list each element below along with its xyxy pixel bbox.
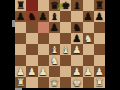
square-c4[interactable] [38,44,49,55]
square-e1[interactable] [60,77,71,88]
square-c5[interactable] [38,33,49,44]
piece-black-pawn[interactable]: ♟ [72,34,81,44]
square-g8[interactable] [83,0,94,11]
square-f8[interactable]: ♝ [71,0,82,11]
square-b8[interactable] [26,0,37,11]
square-c1[interactable] [38,77,49,88]
piece-white-knight[interactable]: ♞ [84,34,93,44]
square-f4[interactable]: ♟ [71,44,82,55]
square-a6[interactable] [15,22,26,33]
square-f7[interactable] [71,11,82,22]
piece-white-bishop[interactable]: ♝ [50,45,59,55]
square-e3[interactable] [60,55,71,66]
piece-white-knight[interactable]: ♞ [50,56,59,66]
piece-white-rook[interactable]: ♜ [95,78,104,88]
square-d1[interactable]: ♛ [49,77,60,88]
square-e5[interactable] [60,33,71,44]
square-d3[interactable]: ♞ [49,55,60,66]
square-f2[interactable]: ♟ [71,66,82,77]
piece-white-bishop[interactable]: ♝ [61,45,70,55]
square-c8[interactable] [38,0,49,11]
piece-white-rook[interactable]: ♜ [16,78,25,88]
square-g1[interactable] [83,77,94,88]
square-b4[interactable] [26,44,37,55]
square-a7[interactable]: ♟ [15,11,26,22]
square-d6[interactable]: ♟ [49,22,60,33]
square-b1[interactable] [26,77,37,88]
piece-black-pawn[interactable]: ♟ [39,12,48,22]
square-e4[interactable]: ♝ [60,44,71,55]
square-f6[interactable]: ♞ [71,22,82,33]
piece-white-queen[interactable]: ♛ [50,78,59,88]
square-a1[interactable]: ♜ [15,77,26,88]
green-x-annotation-icon: ✗ [55,2,66,13]
piece-black-rook[interactable]: ♜ [95,1,104,11]
piece-white-pawn[interactable]: ♟ [39,67,48,77]
piece-black-knight[interactable]: ♞ [27,12,36,22]
square-b7[interactable]: ♞ [26,11,37,22]
piece-white-pawn[interactable]: ♟ [95,67,104,77]
piece-white-pawn[interactable]: ♟ [27,67,36,77]
piece-black-pawn[interactable]: ♟ [84,12,93,22]
square-a3[interactable] [15,55,26,66]
square-e6[interactable] [60,22,71,33]
square-c6[interactable] [38,22,49,33]
square-c3[interactable] [38,55,49,66]
square-h3[interactable] [94,55,105,66]
piece-black-knight[interactable]: ♞ [72,23,81,33]
square-f1[interactable]: ♚ [71,77,82,88]
piece-white-pawn[interactable]: ♟ [84,67,93,77]
piece-black-pawn[interactable]: ♟ [50,23,59,33]
piece-white-pawn[interactable]: ♟ [72,67,81,77]
square-b3[interactable] [26,55,37,66]
piece-white-pawn[interactable]: ♟ [72,45,81,55]
square-d5[interactable] [49,33,60,44]
square-c2[interactable]: ♟ [38,66,49,77]
square-b6[interactable] [26,22,37,33]
square-a2[interactable]: ♟ [15,66,26,77]
square-e2[interactable] [60,66,71,77]
square-h5[interactable] [94,33,105,44]
piece-white-pawn[interactable]: ♟ [16,67,25,77]
square-f5[interactable]: ♟ [71,33,82,44]
piece-black-bishop[interactable]: ♝ [72,1,81,11]
square-c7[interactable]: ♟ [38,11,49,22]
square-a4[interactable] [15,44,26,55]
piece-white-king[interactable]: ♚ [72,78,81,88]
square-d2[interactable] [49,66,60,77]
square-g6[interactable] [83,22,94,33]
piece-black-pawn[interactable]: ♟ [95,12,104,22]
square-h7[interactable]: ♟ [94,11,105,22]
square-b5[interactable] [26,33,37,44]
piece-black-bishop[interactable]: ♝ [50,12,59,22]
square-h1[interactable]: ♜ [94,77,105,88]
square-f3[interactable] [71,55,82,66]
square-g2[interactable]: ♟ [83,66,94,77]
square-g3[interactable] [83,55,94,66]
square-g7[interactable]: ♟ [83,11,94,22]
square-h4[interactable] [94,44,105,55]
square-a8[interactable]: ♜ [15,0,26,11]
letterbox-right [105,0,120,90]
letterbox-left [0,0,15,90]
piece-black-pawn[interactable]: ♟ [16,12,25,22]
square-d4[interactable]: ♝ [49,44,60,55]
square-h8[interactable]: ♜ [94,0,105,11]
piece-black-rook[interactable]: ♜ [16,1,25,11]
chess-board[interactable]: ♜♛♚♝♜♟♞♟♝♟♟♟♞♟♞♝♝♟♞♟♟♟♟♟♟♜♛♚♜ [15,0,105,88]
square-g4[interactable] [83,44,94,55]
square-b2[interactable]: ♟ [26,66,37,77]
square-h6[interactable] [94,22,105,33]
square-h2[interactable]: ♟ [94,66,105,77]
square-a5[interactable] [15,33,26,44]
bottom-left-artifact [15,88,22,90]
chess-video-frame: ♜♛♚♝♜♟♞♟♝♟♟♟♞♟♞♝♝♟♞♟♟♟♟♟♟♜♛♚♜ ✗ [0,0,120,90]
square-g5[interactable]: ♞ [83,33,94,44]
